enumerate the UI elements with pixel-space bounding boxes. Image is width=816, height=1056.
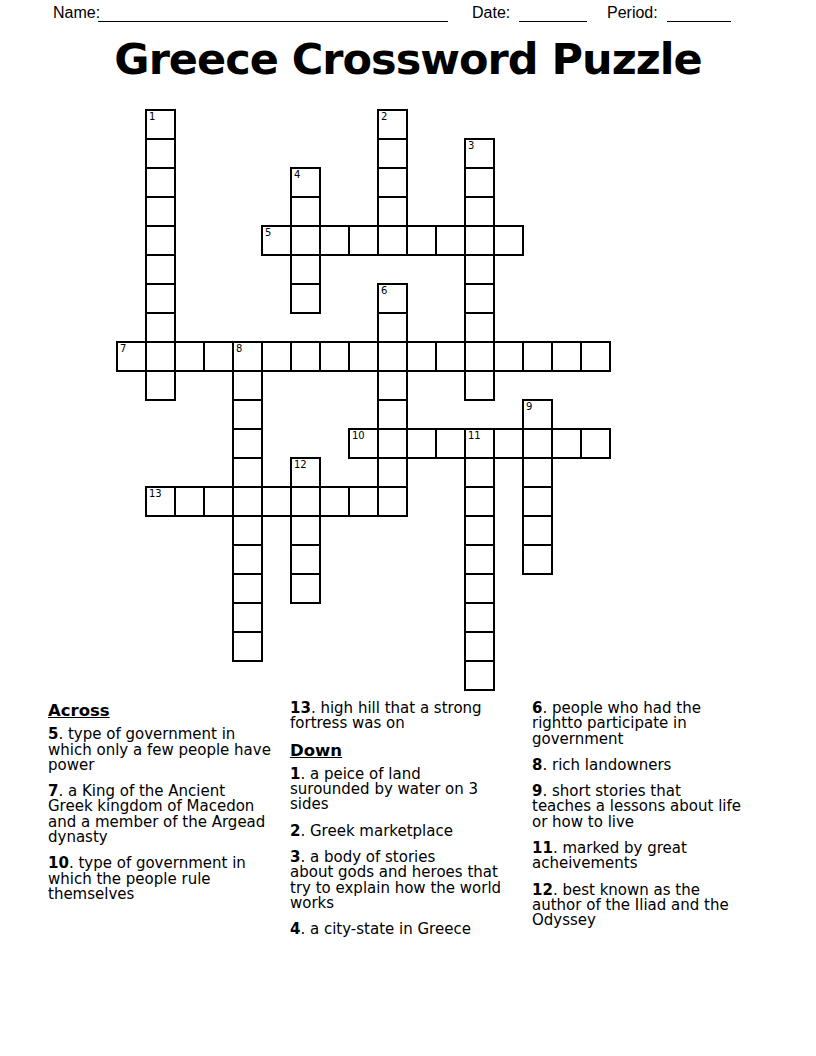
clue-text: a city-state in Greece	[310, 920, 471, 938]
grid-cell-r11c10[interactable]	[406, 428, 437, 459]
grid-cell-r8c6[interactable]	[290, 341, 321, 372]
grid-cell-r13c5[interactable]	[261, 486, 292, 517]
grid-cell-r4c8[interactable]	[348, 225, 379, 256]
clue-number-label: 4	[290, 920, 300, 938]
grid-cell-r13c12[interactable]	[464, 486, 495, 517]
grid-cell-r4c7[interactable]	[319, 225, 350, 256]
grid-cell-r2c6[interactable]: 4	[290, 167, 321, 198]
clue-number-separator: .	[542, 756, 552, 774]
grid-cell-r11c9[interactable]	[377, 428, 408, 459]
clue-number-separator: .	[300, 920, 310, 938]
cell-number-4: 4	[294, 169, 300, 180]
clue-text: a peice of land surounded by water on 3 …	[290, 765, 478, 814]
grid-cell-r13c8[interactable]	[348, 486, 379, 517]
grid-cell-r4c1[interactable]	[145, 225, 176, 256]
clue-text: rich landowners	[552, 756, 671, 774]
grid-cell-r15c14[interactable]	[522, 544, 553, 575]
grid-cell-r13c6[interactable]	[290, 486, 321, 517]
grid-cell-r2c9[interactable]	[377, 167, 408, 198]
clue-text: a King of the Ancient Greek kingdom of M…	[48, 782, 265, 846]
grid-cell-r13c14[interactable]	[522, 486, 553, 517]
cell-number-10: 10	[352, 430, 365, 441]
grid-cell-r17c4[interactable]	[232, 602, 263, 633]
cell-number-5: 5	[265, 227, 271, 238]
grid-cell-r11c16[interactable]	[580, 428, 611, 459]
grid-cell-r14c6[interactable]	[290, 515, 321, 546]
grid-cell-r8c8[interactable]	[348, 341, 379, 372]
grid-cell-r8c4[interactable]: 8	[232, 341, 263, 372]
grid-cell-r0c1[interactable]: 1	[145, 109, 176, 140]
cell-number-3: 3	[468, 140, 474, 151]
grid-cell-r8c12[interactable]	[464, 341, 495, 372]
grid-cell-r13c7[interactable]	[319, 486, 350, 517]
grid-cell-r6c1[interactable]	[145, 283, 176, 314]
grid-cell-r9c1[interactable]	[145, 370, 176, 401]
cell-number-1: 1	[149, 111, 155, 122]
clue-number-label: 8	[532, 756, 542, 774]
grid-cell-r8c2[interactable]	[174, 341, 205, 372]
grid-cell-r15c6[interactable]	[290, 544, 321, 575]
grid-cell-r5c6[interactable]	[290, 254, 321, 285]
grid-cell-r7c9[interactable]	[377, 312, 408, 343]
grid-cell-r16c4[interactable]	[232, 573, 263, 604]
grid-cell-r13c3[interactable]	[203, 486, 234, 517]
grid-cell-r13c4[interactable]	[232, 486, 263, 517]
grid-cell-r12c4[interactable]	[232, 457, 263, 488]
grid-cell-r8c14[interactable]	[522, 341, 553, 372]
grid-cell-r16c6[interactable]	[290, 573, 321, 604]
down-header: Down	[290, 743, 526, 758]
worksheet-page: Name: Date: Period: Greece Crossword Puz…	[0, 0, 816, 1056]
grid-cell-r10c14[interactable]: 9	[522, 399, 553, 430]
cell-number-13: 13	[149, 488, 162, 499]
grid-cell-r8c1[interactable]	[145, 341, 176, 372]
grid-cell-r8c16[interactable]	[580, 341, 611, 372]
across-header: Across	[48, 703, 288, 718]
grid-cell-r4c12[interactable]	[464, 225, 495, 256]
grid-cell-r0c9[interactable]: 2	[377, 109, 408, 140]
grid-cell-r15c12[interactable]	[464, 544, 495, 575]
grid-cell-r8c11[interactable]	[435, 341, 466, 372]
clue-number-label: 2	[290, 822, 300, 840]
grid-cell-r3c9[interactable]	[377, 196, 408, 227]
grid-cell-r13c9[interactable]	[377, 486, 408, 517]
cell-number-9: 9	[526, 401, 532, 412]
clue-down-11: 11. marked by great acheivements	[532, 841, 766, 872]
grid-cell-r11c8[interactable]: 10	[348, 428, 379, 459]
cell-number-8: 8	[236, 343, 242, 354]
grid-cell-r5c1[interactable]	[145, 254, 176, 285]
grid-cell-r4c9[interactable]	[377, 225, 408, 256]
date-blank-line[interactable]	[519, 6, 587, 22]
grid-cell-r8c10[interactable]	[406, 341, 437, 372]
grid-cell-r3c6[interactable]	[290, 196, 321, 227]
clue-column-left: Across5. type of government in which onl…	[48, 701, 288, 913]
clue-column-right: 6. people who had the rightto participat…	[532, 701, 766, 940]
clue-down-6: 6. people who had the rightto participat…	[532, 701, 766, 747]
clue-text: best known as the author of the Iliad an…	[532, 881, 729, 930]
clue-across-10: 10. type of government in which the peop…	[48, 856, 288, 902]
grid-cell-r2c12[interactable]	[464, 167, 495, 198]
clue-text: Greek marketplace	[310, 822, 453, 840]
grid-cell-r9c9[interactable]	[377, 370, 408, 401]
grid-cell-r11c13[interactable]	[493, 428, 524, 459]
grid-cell-r11c11[interactable]	[435, 428, 466, 459]
grid-cell-r8c3[interactable]	[203, 341, 234, 372]
grid-cell-r9c12[interactable]	[464, 370, 495, 401]
grid-cell-r18c12[interactable]	[464, 631, 495, 662]
grid-cell-r11c4[interactable]	[232, 428, 263, 459]
grid-cell-r17c12[interactable]	[464, 602, 495, 633]
name-label: Name:	[53, 4, 100, 22]
grid-cell-r11c12[interactable]: 11	[464, 428, 495, 459]
page-title: Greece Crossword Puzzle	[0, 34, 816, 84]
grid-cell-r6c6[interactable]	[290, 283, 321, 314]
grid-cell-r8c5[interactable]	[261, 341, 292, 372]
clue-text: type of government in which only a few p…	[48, 725, 271, 774]
clue-down-12: 12. best known as the author of the Ilia…	[532, 883, 766, 929]
grid-cell-r11c14[interactable]	[522, 428, 553, 459]
period-label: Period:	[607, 4, 658, 22]
cell-number-11: 11	[468, 430, 481, 441]
clue-text: type of government in which the people r…	[48, 854, 246, 903]
grid-cell-r8c7[interactable]	[319, 341, 350, 372]
clue-text: people who had the rightto participate i…	[532, 699, 701, 748]
grid-cell-r2c1[interactable]	[145, 167, 176, 198]
grid-cell-r12c6[interactable]: 12	[290, 457, 321, 488]
grid-cell-r8c9[interactable]	[377, 341, 408, 372]
grid-cell-r18c4[interactable]	[232, 631, 263, 662]
clue-number-separator: .	[300, 822, 310, 840]
clue-across-7: 7. a King of the Ancient Greek kingdom o…	[48, 784, 288, 845]
grid-cell-r3c1[interactable]	[145, 196, 176, 227]
grid-cell-r12c12[interactable]	[464, 457, 495, 488]
grid-cell-r10c4[interactable]	[232, 399, 263, 430]
name-blank-line[interactable]	[98, 6, 448, 22]
grid-cell-r5c12[interactable]	[464, 254, 495, 285]
grid-cell-r4c11[interactable]	[435, 225, 466, 256]
grid-cell-r13c2[interactable]	[174, 486, 205, 517]
grid-cell-r1c9[interactable]	[377, 138, 408, 169]
clue-down-8: 8. rich landowners	[532, 758, 766, 773]
grid-cell-r7c1[interactable]	[145, 312, 176, 343]
grid-cell-r19c12[interactable]	[464, 660, 495, 691]
cell-number-12: 12	[294, 459, 307, 470]
clue-down-3: 3. a body of stories about gods and hero…	[290, 850, 526, 911]
grid-cell-r12c14[interactable]	[522, 457, 553, 488]
grid-cell-r7c12[interactable]	[464, 312, 495, 343]
grid-cell-r16c12[interactable]	[464, 573, 495, 604]
clue-down-1: 1. a peice of land surounded by water on…	[290, 767, 526, 813]
grid-cell-r4c5[interactable]: 5	[261, 225, 292, 256]
grid-cell-r9c4[interactable]	[232, 370, 263, 401]
grid-cell-r6c9[interactable]: 6	[377, 283, 408, 314]
period-blank-line[interactable]	[667, 6, 731, 22]
clue-down-2: 2. Greek marketplace	[290, 824, 526, 839]
grid-cell-r3c12[interactable]	[464, 196, 495, 227]
grid-cell-r14c14[interactable]	[522, 515, 553, 546]
cell-number-2: 2	[381, 111, 387, 122]
grid-cell-r12c9[interactable]	[377, 457, 408, 488]
clue-column-middle: 13. high hill that a strong fortress was…	[290, 701, 526, 949]
cell-number-7: 7	[120, 343, 126, 354]
grid-cell-r4c6[interactable]	[290, 225, 321, 256]
grid-cell-r4c10[interactable]	[406, 225, 437, 256]
grid-cell-r6c12[interactable]	[464, 283, 495, 314]
clue-text: short stories that teaches a lessons abo…	[532, 782, 741, 831]
grid-cell-r8c15[interactable]	[551, 341, 582, 372]
clue-across-13: 13. high hill that a strong fortress was…	[290, 701, 526, 732]
grid-cell-r8c0[interactable]: 7	[116, 341, 147, 372]
grid-cell-r14c4[interactable]	[232, 515, 263, 546]
grid-cell-r14c12[interactable]	[464, 515, 495, 546]
clue-across-5: 5. type of government in which only a fe…	[48, 727, 288, 773]
clue-text: a body of stories about gods and heroes …	[290, 848, 501, 912]
clue-down-9: 9. short stories that teaches a lessons …	[532, 784, 766, 830]
grid-cell-r1c1[interactable]	[145, 138, 176, 169]
grid-cell-r11c15[interactable]	[551, 428, 582, 459]
crossword-grid: 12345678910111213	[117, 110, 610, 690]
clue-down-4: 4. a city-state in Greece	[290, 922, 526, 937]
grid-cell-r10c9[interactable]	[377, 399, 408, 430]
grid-cell-r13c1[interactable]: 13	[145, 486, 176, 517]
cell-number-6: 6	[381, 285, 387, 296]
date-label: Date:	[472, 4, 510, 22]
grid-cell-r8c13[interactable]	[493, 341, 524, 372]
grid-cell-r15c4[interactable]	[232, 544, 263, 575]
grid-cell-r4c13[interactable]	[493, 225, 524, 256]
grid-cell-r1c12[interactable]: 3	[464, 138, 495, 169]
